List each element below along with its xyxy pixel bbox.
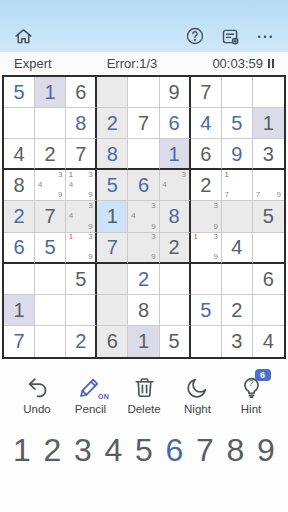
given-digit: 8 [13,175,24,195]
cell-r2c2[interactable] [35,108,66,139]
pencil-marks: 139 [191,233,221,262]
given-digit: 2 [169,237,180,257]
hint-question-mark: ? [248,378,253,388]
pencil-mark-9: 9 [211,222,221,232]
more-icon[interactable] [254,25,276,47]
cell-r9c7[interactable] [191,326,222,357]
cell-r6c4[interactable]: 7 [97,233,128,264]
cell-r7c7[interactable] [191,264,222,295]
user-digit: 8 [75,113,86,133]
cell-r8c5[interactable]: 8 [128,295,159,326]
cell-r9c6[interactable]: 5 [160,326,191,357]
given-digit: 2 [45,144,56,164]
cell-r5c2[interactable]: 7 [35,201,66,232]
given-digit: 3 [231,331,242,351]
night-icon [185,373,210,400]
home-icon[interactable] [12,25,34,47]
cell-r7c2[interactable] [35,264,66,295]
numpad-5[interactable]: 5 [130,431,158,469]
pencil-mark-3: 3 [179,170,189,180]
cell-r5c4[interactable]: 1 [97,201,128,232]
error-counter: Error:1/3 [107,56,158,71]
cell-r9c1[interactable]: 7 [4,326,35,357]
given-digit: 3 [263,144,274,164]
cell-r5c1[interactable]: 2 [4,201,35,232]
cell-r6c3[interactable]: 139 [66,233,97,264]
night-button[interactable]: Night [175,373,221,415]
pencil-mark-3: 3 [86,201,96,211]
cell-r8c8[interactable]: 2 [222,295,253,326]
delete-icon [132,373,157,400]
user-digit: 1 [169,144,180,164]
cell-r4c4[interactable]: 5 [97,170,128,201]
pencil-marks: 79 [253,170,284,200]
pencil-mark-1: 1 [66,233,76,243]
given-digit: 8 [138,300,149,320]
sudoku-board: 5169782764514278169383491349563421779273… [2,75,286,359]
pencil-marks: 39 [191,201,221,231]
given-digit: 6 [263,269,274,289]
numpad-9[interactable]: 9 [252,431,280,469]
cell-r8c3[interactable] [66,295,97,326]
undo-icon [25,373,50,400]
numpad-6[interactable]: 6 [161,431,189,469]
pencil-marks: 17 [222,170,252,200]
pencil-mark-7: 7 [253,190,263,200]
cell-r9c3[interactable]: 2 [66,326,97,357]
timer-value: 00:03:59 [212,56,263,71]
cell-r1c7[interactable]: 7 [191,77,222,108]
cell-r2c1[interactable] [4,108,35,139]
pencil-button[interactable]: ON Pencil [68,373,114,415]
pencil-mark-9: 9 [211,252,221,262]
cell-r3c8[interactable]: 9 [222,139,253,170]
given-digit: 6 [75,82,86,102]
cell-r3c5[interactable] [128,139,159,170]
number-pad: 1 2 3 4 5 6 7 8 9 [0,431,288,469]
cell-r6c2[interactable]: 5 [35,233,66,264]
cell-r4c6[interactable]: 34 [160,170,191,201]
user-digit: 5 [231,113,242,133]
cell-r6c9[interactable] [253,233,284,264]
given-digit: 7 [200,82,211,102]
cell-r6c6[interactable]: 2 [160,233,191,264]
pencil-mark-1: 1 [222,170,232,180]
given-digit: 1 [13,300,24,320]
user-digit: 4 [200,113,211,133]
cell-r1c6[interactable]: 9 [160,77,191,108]
cell-r7c8[interactable] [222,264,253,295]
user-digit: 7 [107,237,118,257]
given-digit: 5 [169,331,180,351]
user-digit: 1 [45,82,56,102]
cell-r7c4[interactable] [97,264,128,295]
numpad-3[interactable]: 3 [69,431,97,469]
given-digit: 7 [138,113,149,133]
cell-r8c4[interactable] [97,295,128,326]
cell-r7c9[interactable]: 6 [253,264,284,295]
cell-r9c5[interactable]: 1 [128,326,159,357]
cell-r4c5[interactable]: 6 [128,170,159,201]
cell-r9c4[interactable]: 6 [97,326,128,357]
numpad-4[interactable]: 4 [100,431,128,469]
cell-r4c3[interactable]: 1349 [66,170,97,201]
pencil-mark-4: 4 [66,211,76,221]
cell-r4c1[interactable]: 8 [4,170,35,201]
pencil-mark-9: 9 [149,252,159,262]
cell-r4c2[interactable]: 349 [35,170,66,201]
pencil-icon: ON [78,373,103,400]
sudoku-app: Expert Error:1/3 00:03:59 51697827645142… [0,0,288,512]
hint-icon: ? 6 [239,373,264,400]
user-digit: 5 [45,237,56,257]
toolbar: Undo ON Pencil Dele [0,373,288,415]
given-digit: 1 [263,113,274,133]
given-digit: 7 [45,206,56,226]
user-digit: 2 [138,269,149,289]
cell-r2c3[interactable]: 8 [66,108,97,139]
numpad-2[interactable]: 2 [39,431,67,469]
cell-r8c9[interactable] [253,295,284,326]
cell-r3c7[interactable]: 6 [191,139,222,170]
cell-r3c4[interactable]: 8 [97,139,128,170]
night-label: Night [184,403,211,415]
given-digit: 4 [231,237,242,257]
pencil-mark-4: 4 [35,180,45,190]
given-digit: 4 [13,144,24,164]
cell-r5c6[interactable]: 8 [160,201,191,232]
given-digit: 6 [107,331,118,351]
cell-r8c2[interactable] [35,295,66,326]
cell-r9c8[interactable]: 3 [222,326,253,357]
pencil-marks: 349 [66,201,95,231]
cell-r1c5[interactable] [128,77,159,108]
cell-r2c9[interactable]: 1 [253,108,284,139]
given-digit: 1 [138,331,149,351]
pencil-mark-3: 3 [86,233,96,243]
pencil-mark-9: 9 [274,190,284,200]
cell-r8c1[interactable]: 1 [4,295,35,326]
cell-r3c2[interactable]: 2 [35,139,66,170]
help-icon[interactable] [184,25,206,47]
cell-r3c1[interactable]: 4 [4,139,35,170]
pencil-mark-3: 3 [149,233,159,243]
cell-r4c7[interactable]: 2 [191,170,222,201]
user-digit: 6 [13,237,24,257]
pencil-mark-7: 7 [222,190,232,200]
cell-r3c3[interactable]: 7 [66,139,97,170]
hint-label: Hint [241,403,261,415]
pencil-marks: 349 [128,201,158,231]
cell-r2c7[interactable]: 4 [191,108,222,139]
given-digit: 5 [263,206,274,226]
pencil-marks: 139 [66,233,95,262]
cell-r1c2[interactable]: 1 [35,77,66,108]
user-digit: 8 [169,206,180,226]
given-digit: 2 [200,175,211,195]
pencil-mark-9: 9 [86,222,96,232]
numpad-8[interactable]: 8 [222,431,250,469]
cell-r7c1[interactable] [4,264,35,295]
given-digit: 5 [75,269,86,289]
cell-r7c3[interactable]: 5 [66,264,97,295]
header-actions [184,25,276,47]
pencil-mark-4: 4 [160,180,170,190]
pencil-marks: 349 [35,170,65,200]
delete-button[interactable]: Delete [121,373,167,415]
given-digit: 6 [200,144,211,164]
pencil-label: Pencil [75,403,106,415]
pencil-marks: 1349 [66,170,95,200]
given-digit: 7 [75,144,86,164]
pencil-mark-3: 3 [149,201,159,211]
status-bar: Expert Error:1/3 00:03:59 [0,52,288,74]
pencil-mark-3: 3 [211,233,221,243]
cell-r1c1[interactable]: 5 [4,77,35,108]
user-digit: 6 [169,113,180,133]
cell-r6c7[interactable]: 139 [191,233,222,264]
delete-label: Delete [127,403,160,415]
pencil-mark-3: 3 [55,170,65,180]
given-digit: 1 [107,206,118,226]
user-digit: 9 [231,144,242,164]
cell-r5c8[interactable] [222,201,253,232]
user-digit: 7 [13,331,24,351]
user-digit: 5 [107,175,118,195]
hint-count-badge: 6 [255,369,271,381]
user-digit: 5 [200,300,211,320]
pencil-mark-4: 4 [128,211,138,221]
cell-r1c3[interactable]: 6 [66,77,97,108]
given-digit: 4 [263,331,274,351]
timer: 00:03:59 [212,56,274,71]
pencil-mark-9: 9 [55,190,65,200]
pencil-mark-1: 1 [66,170,76,180]
cell-r4c8[interactable]: 17 [222,170,253,201]
pencil-marks: 39 [128,233,158,262]
given-digit: 2 [231,300,242,320]
cell-r2c4[interactable]: 2 [97,108,128,139]
pencil-mark-1: 1 [191,233,201,243]
cell-r5c9[interactable]: 5 [253,201,284,232]
cell-r8c6[interactable] [160,295,191,326]
hint-button[interactable]: ? 6 Hint [228,373,274,415]
cell-r2c8[interactable]: 5 [222,108,253,139]
cell-r7c5[interactable]: 2 [128,264,159,295]
cell-r6c1[interactable]: 6 [4,233,35,264]
numpad-1[interactable]: 1 [8,431,36,469]
user-digit: 2 [107,113,118,133]
pencil-mark-3: 3 [86,170,96,180]
pencil-mark-3: 3 [211,201,221,211]
user-digit: 6 [138,175,149,195]
pencil-mark-4: 4 [66,180,76,190]
cell-r2c5[interactable]: 7 [128,108,159,139]
pencil-marks: 34 [160,170,189,200]
app-header [0,0,288,52]
cell-r3c6[interactable]: 1 [160,139,191,170]
user-digit: 8 [107,144,118,164]
cell-r7c6[interactable] [160,264,191,295]
cell-r6c8[interactable]: 4 [222,233,253,264]
pause-icon[interactable] [268,59,274,68]
undo-button[interactable]: Undo [14,373,60,415]
cell-r1c4[interactable] [97,77,128,108]
cell-r5c7[interactable]: 39 [191,201,222,232]
cell-r5c3[interactable]: 349 [66,201,97,232]
daily-tasks-icon[interactable] [219,25,241,47]
undo-label: Undo [23,403,51,415]
numpad-7[interactable]: 7 [191,431,219,469]
given-digit: 9 [169,82,180,102]
user-digit: 2 [75,331,86,351]
cell-r5c5[interactable]: 349 [128,201,159,232]
user-digit: 2 [13,206,24,226]
pencil-mark-9: 9 [149,222,159,232]
cell-r6c5[interactable]: 39 [128,233,159,264]
user-digit: 5 [13,82,24,102]
cell-r4c9[interactable]: 79 [253,170,284,201]
cell-r2c6[interactable]: 6 [160,108,191,139]
cell-r8c7[interactable]: 5 [191,295,222,326]
cell-r3c9[interactable]: 3 [253,139,284,170]
cell-r9c9[interactable]: 4 [253,326,284,357]
cell-r1c8[interactable] [222,77,253,108]
cell-r9c2[interactable] [35,326,66,357]
difficulty-label: Expert [14,56,52,71]
pencil-mark-9: 9 [86,190,96,200]
pencil-mark-9: 9 [86,252,96,262]
cell-r1c9[interactable] [253,77,284,108]
pencil-on-state: ON [98,393,109,400]
